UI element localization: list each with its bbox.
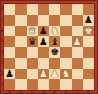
black-bishop: ♝ [50,36,59,46]
square-d4[interactable] [38,47,49,58]
square-e7[interactable] [49,15,60,26]
square-f2[interactable]: ♞ [60,69,71,80]
square-h5[interactable] [83,36,94,47]
square-e2[interactable]: ♟ [49,69,60,80]
white-knight: ♞ [61,68,70,78]
rank-label-3: 3 [1,61,5,66]
square-e6[interactable]: ♞ [49,26,60,37]
square-h4[interactable] [83,47,94,58]
file-label-c: c [27,90,38,94]
white-pawn: ♟ [73,36,82,46]
square-f4[interactable] [60,47,71,58]
black-pawn: ♟ [84,15,93,25]
black-pawn: ♟ [5,68,14,78]
square-h7[interactable]: ♟ [83,15,94,26]
rank-label-4: 4 [1,50,5,55]
file-label-a: a [4,90,15,94]
rank-label-5: 5 [1,39,5,44]
square-d3[interactable] [38,58,49,69]
square-c3[interactable] [27,58,38,69]
white-pawn: ♟ [39,68,48,78]
square-f6[interactable] [60,26,71,37]
square-a3[interactable] [4,58,15,69]
square-c8[interactable] [27,4,38,15]
square-b6[interactable] [15,26,26,37]
rank-label-2: 2 [1,72,5,77]
black-king: ♚ [50,47,59,57]
square-a5[interactable] [4,36,15,47]
square-b4[interactable] [15,47,26,58]
square-h3[interactable] [83,58,94,69]
square-b5[interactable] [15,36,26,47]
square-c2[interactable] [27,69,38,80]
square-b3[interactable] [15,58,26,69]
square-g5[interactable]: ♟ [72,36,83,47]
file-label-e: e [49,90,60,94]
black-pawn: ♟ [39,25,48,35]
square-d6[interactable]: ♟ [38,26,49,37]
chess-board: ♟♛♟♞♚♛♟♝♟♚♟♟♟♞ [4,4,94,90]
file-label-f: f [60,90,71,94]
square-a4[interactable] [4,47,15,58]
file-label-h: h [83,90,94,94]
white-knight: ♞ [50,25,59,35]
square-a7[interactable] [4,15,15,26]
square-g6[interactable] [72,26,83,37]
square-h6[interactable]: ♚ [83,26,94,37]
white-queen: ♛ [28,25,37,35]
square-b2[interactable] [15,69,26,80]
square-b7[interactable] [15,15,26,26]
file-label-b: b [15,90,26,94]
square-g7[interactable] [72,15,83,26]
square-g2[interactable] [72,69,83,80]
square-a6[interactable] [4,26,15,37]
square-c5[interactable]: ♛ [27,36,38,47]
square-a2[interactable]: ♟ [4,69,15,80]
file-label-g: g [72,90,83,94]
square-c7[interactable] [27,15,38,26]
rank-label-7: 7 [1,18,5,23]
square-g3[interactable] [72,58,83,69]
square-e3[interactable] [49,58,60,69]
square-c6[interactable]: ♛ [27,26,38,37]
square-d2[interactable]: ♟ [38,69,49,80]
black-pawn: ♟ [39,36,48,46]
square-d5[interactable]: ♟ [38,36,49,47]
square-g8[interactable] [72,4,83,15]
square-a8[interactable] [4,4,15,15]
square-b8[interactable] [15,4,26,15]
rank-label-8: 8 [1,7,5,12]
square-f7[interactable] [60,15,71,26]
square-f5[interactable] [60,36,71,47]
white-pawn: ♟ [50,68,59,78]
square-e8[interactable] [49,4,60,15]
square-h2[interactable] [83,69,94,80]
square-h8[interactable] [83,4,94,15]
black-queen: ♛ [28,36,37,46]
square-g4[interactable] [72,47,83,58]
square-e4[interactable]: ♚ [49,47,60,58]
square-c4[interactable] [27,47,38,58]
square-e5[interactable]: ♝ [49,36,60,47]
rank-label-1: 1 [1,82,5,87]
chess-board-frame: ♟♛♟♞♚♛♟♝♟♚♟♟♟♞ 87654321abcdefgh [0,0,98,94]
square-d7[interactable] [38,15,49,26]
file-label-d: d [38,90,49,94]
white-king: ♚ [84,25,93,35]
rank-label-6: 6 [1,29,5,34]
square-f3[interactable] [60,58,71,69]
square-f8[interactable] [60,4,71,15]
square-d8[interactable] [38,4,49,15]
